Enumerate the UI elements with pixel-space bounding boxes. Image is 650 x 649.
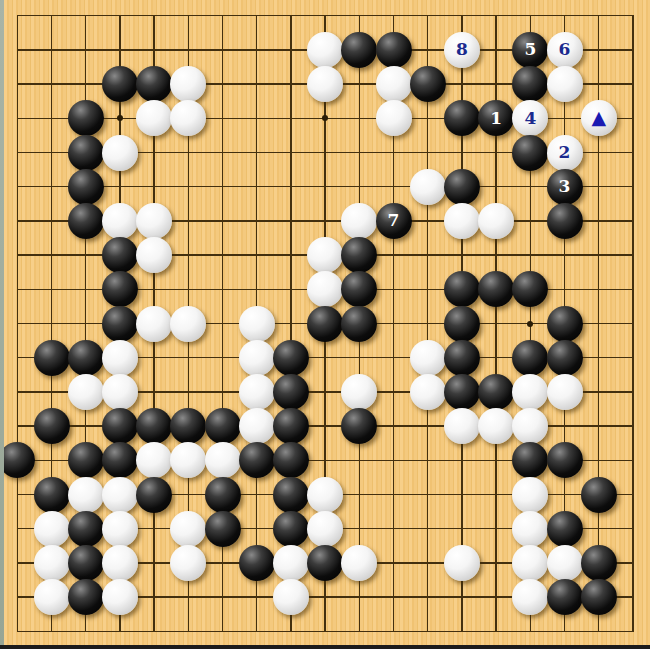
white-stone-10-2 [307, 32, 343, 68]
black-stone-14-9 [444, 271, 480, 307]
white-stone-4-18 [102, 579, 138, 615]
move-number-label: 3 [559, 178, 571, 195]
black-stone-11-13 [341, 408, 377, 444]
move-number-label: 8 [456, 41, 468, 58]
white-stone-10-15 [307, 477, 343, 513]
black-stone-15-4: 1 [478, 100, 514, 136]
black-stone-16-3 [512, 66, 548, 102]
white-stone-8-13 [239, 408, 275, 444]
black-stone-7-15 [205, 477, 241, 513]
white-stone-11-7 [341, 203, 377, 239]
white-stone-11-12 [341, 374, 377, 410]
black-stone-9-15 [273, 477, 309, 513]
black-stone-13-3 [410, 66, 446, 102]
black-stone-7-13 [205, 408, 241, 444]
black-stone-14-12 [444, 374, 480, 410]
black-stone-14-6 [444, 169, 480, 205]
black-stone-4-9 [102, 271, 138, 307]
white-stone-16-16 [512, 511, 548, 547]
black-stone-6-13 [170, 408, 206, 444]
white-stone-13-12 [410, 374, 446, 410]
black-stone-5-13 [136, 408, 172, 444]
black-stone-3-17 [68, 545, 104, 581]
white-stone-14-13 [444, 408, 480, 444]
black-stone-11-2 [341, 32, 377, 68]
black-stone-3-16 [68, 511, 104, 547]
black-stone-9-11 [273, 340, 309, 376]
white-stone-5-4 [136, 100, 172, 136]
window-edge-strip-left [0, 0, 4, 649]
white-stone-2-18 [34, 579, 70, 615]
white-stone-11-17 [341, 545, 377, 581]
black-stone-3-6 [68, 169, 104, 205]
white-stone-9-17 [273, 545, 309, 581]
white-stone-16-13 [512, 408, 548, 444]
black-stone-3-18 [68, 579, 104, 615]
black-stone-18-17 [581, 545, 617, 581]
black-stone-14-10 [444, 306, 480, 342]
black-stone-11-8 [341, 237, 377, 273]
black-stone-7-16 [205, 511, 241, 547]
white-stone-6-17 [170, 545, 206, 581]
white-stone-16-15 [512, 477, 548, 513]
black-stone-3-11 [68, 340, 104, 376]
black-stone-9-12 [273, 374, 309, 410]
black-stone-18-18 [581, 579, 617, 615]
white-stone-16-18 [512, 579, 548, 615]
white-stone-4-11 [102, 340, 138, 376]
window-edge-strip-bottom [0, 645, 650, 649]
black-stone-3-5 [68, 135, 104, 171]
white-stone-4-17 [102, 545, 138, 581]
black-stone-17-18 [547, 579, 583, 615]
black-stone-2-15 [34, 477, 70, 513]
white-stone-4-15 [102, 477, 138, 513]
white-stone-10-16 [307, 511, 343, 547]
white-stone-16-4: 4 [512, 100, 548, 136]
white-stone-14-7 [444, 203, 480, 239]
white-stone-17-12 [547, 374, 583, 410]
white-stone-2-16 [34, 511, 70, 547]
black-stone-17-7 [547, 203, 583, 239]
black-stone-10-10 [307, 306, 343, 342]
white-stone-10-8 [307, 237, 343, 273]
white-stone-7-14 [205, 442, 241, 478]
triangle-marker-icon: ▲ [591, 108, 606, 127]
white-stone-9-18 [273, 579, 309, 615]
white-stone-3-15 [68, 477, 104, 513]
black-stone-16-2: 5 [512, 32, 548, 68]
black-stone-2-11 [34, 340, 70, 376]
black-stone-12-7: 7 [376, 203, 412, 239]
white-stone-18-4: ▲ [581, 100, 617, 136]
white-stone-6-10 [170, 306, 206, 342]
black-stone-12-2 [376, 32, 412, 68]
black-stone-3-4 [68, 100, 104, 136]
white-stone-8-11 [239, 340, 275, 376]
white-stone-17-5: 2 [547, 135, 583, 171]
black-stone-2-13 [34, 408, 70, 444]
white-stone-12-4 [376, 100, 412, 136]
white-stone-5-14 [136, 442, 172, 478]
move-number-label: 7 [388, 212, 400, 229]
white-stone-14-17 [444, 545, 480, 581]
move-number-label: 4 [524, 110, 536, 127]
black-stone-10-17 [307, 545, 343, 581]
white-stone-2-17 [34, 545, 70, 581]
white-stone-17-3 [547, 66, 583, 102]
black-stone-3-7 [68, 203, 104, 239]
white-stone-5-10 [136, 306, 172, 342]
black-stone-17-6: 3 [547, 169, 583, 205]
black-stone-9-14 [273, 442, 309, 478]
white-stone-4-7 [102, 203, 138, 239]
white-stone-17-17 [547, 545, 583, 581]
black-stone-8-14 [239, 442, 275, 478]
black-stone-16-11 [512, 340, 548, 376]
white-stone-6-14 [170, 442, 206, 478]
black-stone-9-16 [273, 511, 309, 547]
white-stone-6-16 [170, 511, 206, 547]
black-stone-5-15 [136, 477, 172, 513]
white-stone-13-6 [410, 169, 446, 205]
white-stone-12-3 [376, 66, 412, 102]
white-stone-5-8 [136, 237, 172, 273]
black-stone-3-14 [68, 442, 104, 478]
white-stone-6-4 [170, 100, 206, 136]
black-stone-17-16 [547, 511, 583, 547]
black-stone-4-13 [102, 408, 138, 444]
black-stone-5-3 [136, 66, 172, 102]
go-board[interactable]: 85614▲237 [0, 0, 650, 649]
black-stone-1-14 [0, 442, 35, 478]
white-stone-15-13 [478, 408, 514, 444]
black-stone-4-10 [102, 306, 138, 342]
black-stone-4-14 [102, 442, 138, 478]
white-stone-17-2: 6 [547, 32, 583, 68]
white-stone-6-3 [170, 66, 206, 102]
black-stone-9-13 [273, 408, 309, 444]
black-stone-16-9 [512, 271, 548, 307]
white-stone-10-9 [307, 271, 343, 307]
black-stone-14-4 [444, 100, 480, 136]
white-stone-4-5 [102, 135, 138, 171]
white-stone-10-3 [307, 66, 343, 102]
white-stone-8-12 [239, 374, 275, 410]
white-stone-8-10 [239, 306, 275, 342]
move-number-label: 1 [490, 110, 502, 127]
black-stone-15-12 [478, 374, 514, 410]
white-stone-16-12 [512, 374, 548, 410]
white-stone-5-7 [136, 203, 172, 239]
white-stone-4-12 [102, 374, 138, 410]
white-stone-14-2: 8 [444, 32, 480, 68]
black-stone-8-17 [239, 545, 275, 581]
white-stone-15-7 [478, 203, 514, 239]
black-stone-18-15 [581, 477, 617, 513]
move-number-label: 2 [559, 144, 571, 161]
black-stone-4-8 [102, 237, 138, 273]
black-stone-14-11 [444, 340, 480, 376]
black-stone-15-9 [478, 271, 514, 307]
black-stone-16-5 [512, 135, 548, 171]
move-number-label: 5 [524, 41, 536, 58]
black-stone-11-9 [341, 271, 377, 307]
move-number-label: 6 [559, 41, 571, 58]
black-stone-17-11 [547, 340, 583, 376]
white-stone-16-17 [512, 545, 548, 581]
black-stone-16-14 [512, 442, 548, 478]
white-stone-4-16 [102, 511, 138, 547]
black-stone-17-14 [547, 442, 583, 478]
black-stone-4-3 [102, 66, 138, 102]
black-stone-11-10 [341, 306, 377, 342]
black-stone-17-10 [547, 306, 583, 342]
white-stone-3-12 [68, 374, 104, 410]
white-stone-13-11 [410, 340, 446, 376]
